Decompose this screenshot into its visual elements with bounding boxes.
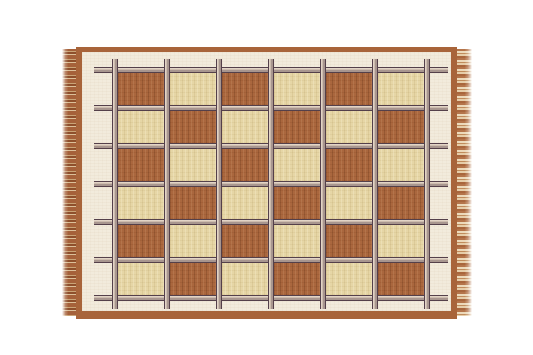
board-square <box>118 149 164 181</box>
board-square <box>118 111 164 143</box>
board-square <box>326 187 372 219</box>
board-square <box>222 73 268 105</box>
board-square <box>222 225 268 257</box>
board-square <box>118 225 164 257</box>
board-square <box>170 263 216 295</box>
board-square <box>378 187 424 219</box>
grid-line-vertical <box>268 59 274 309</box>
board-square <box>170 187 216 219</box>
board-square <box>378 225 424 257</box>
board-square <box>326 225 372 257</box>
product-photo <box>0 0 533 355</box>
board-square <box>222 263 268 295</box>
board-square <box>274 263 320 295</box>
board-square <box>274 225 320 257</box>
board-square <box>378 111 424 143</box>
grid-line-vertical <box>216 59 222 309</box>
checker-board <box>112 67 430 301</box>
board-square <box>274 73 320 105</box>
grid-line-vertical <box>320 59 326 309</box>
board-square <box>170 225 216 257</box>
board-square <box>326 73 372 105</box>
rug <box>76 47 457 319</box>
board-square <box>170 111 216 143</box>
board-square <box>170 149 216 181</box>
board-square <box>118 187 164 219</box>
board-square <box>222 111 268 143</box>
board-square <box>118 73 164 105</box>
board-square <box>118 263 164 295</box>
board-square <box>326 111 372 143</box>
board-square <box>274 187 320 219</box>
fringe-left <box>62 49 76 316</box>
grid-line-vertical <box>372 59 378 309</box>
grid-line-vertical <box>424 59 430 309</box>
grid-line-vertical <box>112 59 118 309</box>
board-square <box>378 263 424 295</box>
board-square <box>274 149 320 181</box>
board-square <box>170 73 216 105</box>
fringe-right <box>457 49 472 316</box>
board-square <box>274 111 320 143</box>
board-square <box>222 187 268 219</box>
board-square <box>378 149 424 181</box>
board-square <box>326 263 372 295</box>
board-square <box>378 73 424 105</box>
board-square <box>222 149 268 181</box>
board-square <box>326 149 372 181</box>
grid-line-vertical <box>164 59 170 309</box>
